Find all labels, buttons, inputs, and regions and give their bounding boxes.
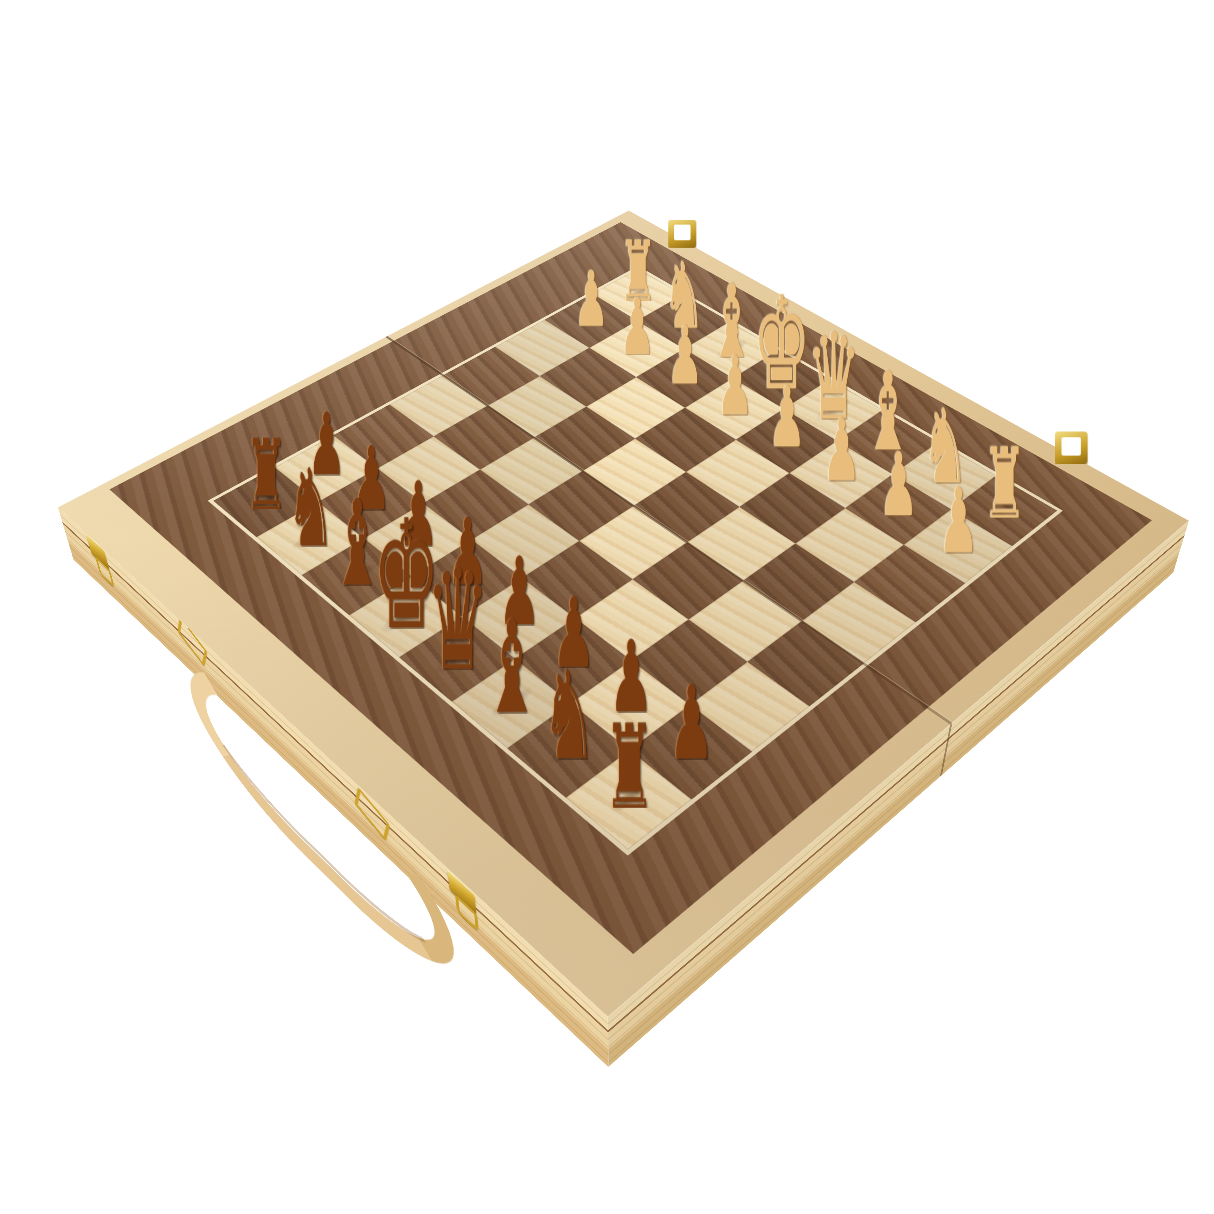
product-photo-scene: ♜♟♞♟♝♟♚♟♛♟♝♟♟♞♜♟♟♜♞♟♟♝♟♚♟♛♟♝♟♞♟♜ [0, 0, 1214, 1214]
